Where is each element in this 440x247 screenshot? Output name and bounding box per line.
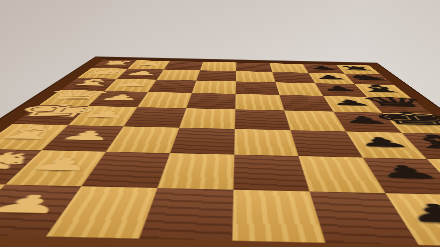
square-h2 — [0, 185, 81, 237]
square-d5 — [235, 94, 284, 111]
square-g4 — [157, 153, 234, 190]
piece-black-rook-a8: ♜ — [333, 65, 379, 71]
piece-black-queen-d8: ♛ — [348, 93, 439, 107]
square-g7 — [363, 158, 440, 195]
square-g8 — [427, 159, 440, 197]
square-f6 — [290, 130, 362, 157]
scene: ♜♞♝♛♚♝♞♜♟♟♟♟♟♟♟♟♟♟♟♟♟♟♟♟♜♞♝♛♚♝♞♜ — [0, 0, 440, 247]
square-h1 — [0, 183, 5, 235]
piece-white-pawn-b2: ♟ — [121, 69, 163, 75]
square-h7 — [386, 193, 440, 247]
piece-white-pawn-d2: ♟ — [95, 92, 148, 100]
square-g2 — [5, 150, 105, 186]
piece-black-bishop-c8: ♝ — [343, 82, 414, 92]
square-f1 — [0, 124, 68, 150]
square-f5 — [234, 129, 298, 156]
square-h3 — [46, 186, 157, 238]
square-c4 — [192, 81, 236, 94]
square-h4 — [139, 188, 233, 241]
piece-white-pawn-a2: ♟ — [131, 61, 170, 66]
square-e4 — [179, 108, 235, 129]
square-f3 — [106, 126, 179, 153]
square-h6 — [310, 191, 419, 244]
square-d4 — [186, 93, 235, 109]
square-g5 — [234, 155, 310, 192]
piece-black-knight-b8: ♞ — [337, 72, 396, 80]
square-g6 — [299, 156, 386, 193]
square-g1 — [0, 149, 42, 185]
square-e5 — [235, 109, 291, 130]
piece-white-pawn-c2: ♟ — [110, 80, 157, 87]
chessboard: ♜♞♝♛♚♝♞♜♟♟♟♟♟♟♟♟♟♟♟♟♟♟♟♟♜♞♝♛♚♝♞♜ — [0, 57, 440, 247]
photo-frame: ♜♞♝♛♚♝♞♜♟♟♟♟♟♟♟♟♟♟♟♟♟♟♟♟♜♞♝♛♚♝♞♜ — [0, 0, 440, 247]
square-f8 — [402, 133, 440, 161]
square-g3 — [81, 152, 170, 188]
square-f7 — [346, 131, 427, 159]
square-h5 — [232, 190, 325, 243]
square-c5 — [236, 81, 280, 94]
square-f2 — [42, 125, 124, 152]
square-f4 — [170, 128, 235, 155]
